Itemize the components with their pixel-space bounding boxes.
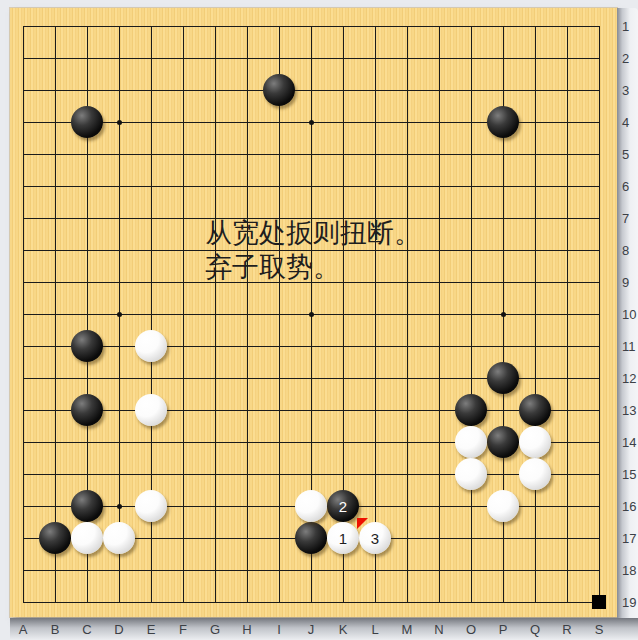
stone-black-c16[interactable] — [71, 490, 103, 522]
row-label-6: 6 — [622, 179, 638, 194]
stone-white-l17[interactable]: 3 — [359, 522, 391, 554]
star-point-d4 — [117, 120, 122, 125]
move-number-label: 1 — [339, 531, 347, 546]
col-label-n: N — [429, 622, 449, 637]
row-label-19: 19 — [622, 595, 638, 610]
grid-line-horizontal — [23, 602, 600, 603]
star-point-d10 — [117, 312, 122, 317]
col-label-o: O — [461, 622, 481, 637]
row-label-3: 3 — [622, 83, 638, 98]
row-label-2: 2 — [622, 51, 638, 66]
go-app-window: 从宽处扳则扭断。 弃子取势。 2131234567891011121314151… — [0, 0, 638, 640]
stone-black-b17[interactable] — [39, 522, 71, 554]
col-label-r: R — [557, 622, 577, 637]
col-label-s: S — [589, 622, 609, 637]
stone-white-j16[interactable] — [295, 490, 327, 522]
col-label-c: C — [77, 622, 97, 637]
col-label-h: H — [237, 622, 257, 637]
grid-line-vertical — [471, 26, 472, 603]
stone-white-k17[interactable]: 1 — [327, 522, 359, 554]
stone-black-c13[interactable] — [71, 394, 103, 426]
star-point-p10 — [501, 312, 506, 317]
stone-black-c4[interactable] — [71, 106, 103, 138]
stone-black-p12[interactable] — [487, 362, 519, 394]
black-square-marker — [592, 595, 606, 609]
row-label-13: 13 — [622, 403, 638, 418]
annotation-line-1: 从宽处扳则扭断。 — [205, 216, 421, 250]
col-label-m: M — [397, 622, 417, 637]
row-label-9: 9 — [622, 275, 638, 290]
stone-black-j17[interactable] — [295, 522, 327, 554]
row-label-7: 7 — [622, 211, 638, 226]
stone-black-o13[interactable] — [455, 394, 487, 426]
row-label-16: 16 — [622, 499, 638, 514]
annotation-line-2: 弃子取势。 — [205, 250, 421, 284]
stone-black-q13[interactable] — [519, 394, 551, 426]
stone-white-e11[interactable] — [135, 330, 167, 362]
col-label-f: F — [173, 622, 193, 637]
stone-black-p14[interactable] — [487, 426, 519, 458]
grid-line-horizontal — [23, 474, 600, 475]
col-label-q: Q — [525, 622, 545, 637]
move-number-label: 2 — [339, 499, 347, 514]
col-label-j: J — [301, 622, 321, 637]
grid-line-vertical — [375, 26, 376, 603]
move-number-label: 3 — [371, 531, 379, 546]
grid-line-horizontal — [23, 346, 600, 347]
row-label-17: 17 — [622, 531, 638, 546]
row-label-8: 8 — [622, 243, 638, 258]
stone-white-e13[interactable] — [135, 394, 167, 426]
col-label-b: B — [45, 622, 65, 637]
grid-line-vertical — [535, 26, 536, 603]
star-point-j10 — [309, 312, 314, 317]
col-label-p: P — [493, 622, 513, 637]
stone-black-i3[interactable] — [263, 74, 295, 106]
stone-white-e16[interactable] — [135, 490, 167, 522]
row-label-5: 5 — [622, 147, 638, 162]
stone-white-q14[interactable] — [519, 426, 551, 458]
row-label-11: 11 — [622, 339, 638, 354]
star-point-d16 — [117, 504, 122, 509]
row-label-18: 18 — [622, 563, 638, 578]
col-label-d: D — [109, 622, 129, 637]
grid-line-vertical — [439, 26, 440, 603]
stone-white-c17[interactable] — [71, 522, 103, 554]
col-label-e: E — [141, 622, 161, 637]
row-label-14: 14 — [622, 435, 638, 450]
grid-line-horizontal — [23, 570, 600, 571]
stone-black-k16[interactable]: 2 — [327, 490, 359, 522]
stone-white-q15[interactable] — [519, 458, 551, 490]
col-label-g: G — [205, 622, 225, 637]
col-label-k: K — [333, 622, 353, 637]
stone-white-d17[interactable] — [103, 522, 135, 554]
row-label-12: 12 — [622, 371, 638, 386]
col-label-a: A — [13, 622, 33, 637]
row-label-4: 4 — [622, 115, 638, 130]
grid-line-vertical — [599, 26, 600, 603]
star-point-j4 — [309, 120, 314, 125]
grid-line-horizontal — [23, 410, 600, 411]
row-label-15: 15 — [622, 467, 638, 482]
grid-line-vertical — [407, 26, 408, 603]
row-label-10: 10 — [622, 307, 638, 322]
grid-line-vertical — [567, 26, 568, 603]
col-label-l: L — [365, 622, 385, 637]
stone-white-o15[interactable] — [455, 458, 487, 490]
stone-black-p4[interactable] — [487, 106, 519, 138]
stone-white-p16[interactable] — [487, 490, 519, 522]
board-annotation-text: 从宽处扳则扭断。 弃子取势。 — [205, 216, 421, 284]
row-label-1: 1 — [622, 19, 638, 34]
stone-black-c11[interactable] — [71, 330, 103, 362]
stone-white-o14[interactable] — [455, 426, 487, 458]
col-label-i: I — [269, 622, 289, 637]
